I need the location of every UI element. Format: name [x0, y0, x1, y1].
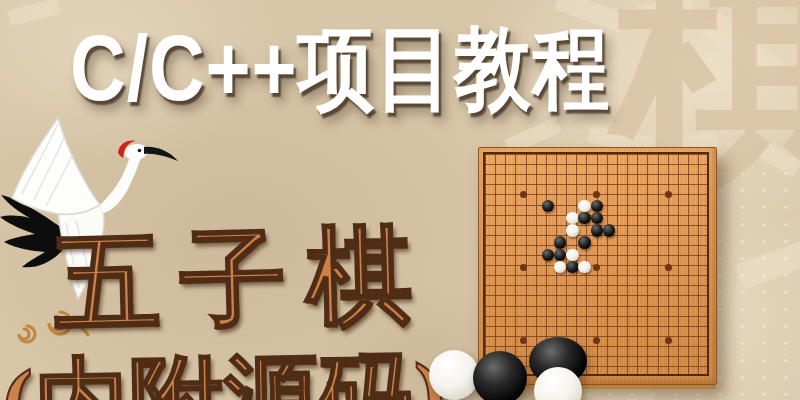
decorative-stone-white — [429, 350, 479, 400]
black-stone — [578, 236, 591, 249]
white-stone — [566, 212, 579, 225]
black-stone — [554, 236, 567, 249]
white-stone — [554, 261, 567, 274]
white-stone — [566, 224, 579, 237]
star-point — [665, 191, 672, 198]
star-point — [593, 337, 600, 344]
black-stone — [566, 261, 579, 274]
black-stone — [603, 224, 616, 237]
white-stone — [566, 249, 579, 262]
star-point — [593, 191, 600, 198]
black-stone — [578, 212, 591, 225]
board-grid — [483, 152, 709, 376]
decorative-stone-black — [473, 351, 527, 400]
black-stone — [542, 200, 555, 213]
black-stone — [591, 212, 604, 225]
star-point — [520, 337, 527, 344]
black-stone — [591, 200, 604, 213]
star-point — [665, 264, 672, 271]
note-source-code: (内附源码) — [1, 332, 448, 400]
white-stone — [578, 261, 591, 274]
star-point — [665, 337, 672, 344]
banner: 棋 — [0, 0, 800, 400]
black-stone — [542, 249, 555, 262]
page-title: C/C++项目教程 — [70, 20, 610, 117]
white-stone — [578, 200, 591, 213]
star-point — [520, 264, 527, 271]
black-stone — [591, 224, 604, 237]
black-stone — [554, 249, 567, 262]
go-board — [478, 147, 717, 385]
texture-patch — [7, 0, 61, 26]
star-point — [593, 264, 600, 271]
star-point — [520, 191, 527, 198]
